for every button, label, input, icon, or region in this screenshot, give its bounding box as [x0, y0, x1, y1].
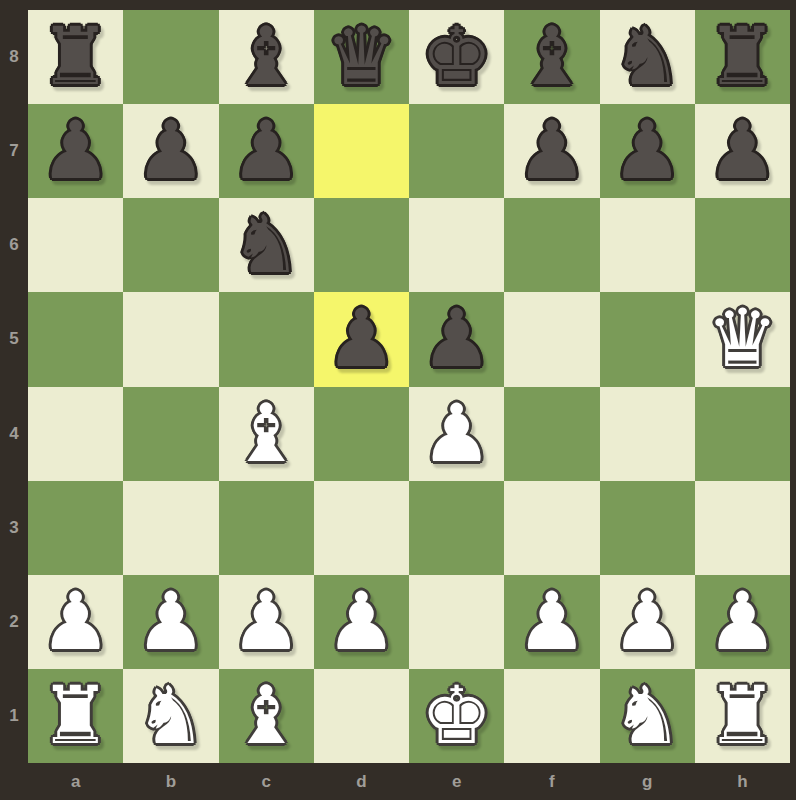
- square-g7[interactable]: ♟: [600, 104, 695, 198]
- black-pawn[interactable]: ♟: [326, 299, 398, 379]
- white-rook[interactable]: ♜: [707, 676, 779, 756]
- black-pawn[interactable]: ♟: [516, 111, 588, 191]
- square-e4[interactable]: ♟: [409, 387, 504, 481]
- square-a2[interactable]: ♟: [28, 575, 123, 669]
- white-knight[interactable]: ♞: [135, 676, 207, 756]
- square-g6[interactable]: [600, 198, 695, 292]
- black-pawn[interactable]: ♟: [40, 111, 112, 191]
- square-c3[interactable]: [219, 481, 314, 575]
- square-h2[interactable]: ♟: [695, 575, 790, 669]
- square-e6[interactable]: [409, 198, 504, 292]
- file-label-b: b: [123, 763, 218, 800]
- square-g1[interactable]: ♞: [600, 669, 695, 763]
- square-c1[interactable]: ♝: [219, 669, 314, 763]
- white-queen[interactable]: ♛: [707, 299, 779, 379]
- file-label-a: a: [28, 763, 123, 800]
- square-f4[interactable]: [504, 387, 599, 481]
- square-e8[interactable]: ♚: [409, 10, 504, 104]
- black-knight[interactable]: ♞: [230, 205, 302, 285]
- black-knight[interactable]: ♞: [611, 17, 683, 97]
- square-e7[interactable]: [409, 104, 504, 198]
- square-h5[interactable]: ♛: [695, 292, 790, 386]
- square-b3[interactable]: [123, 481, 218, 575]
- square-a1[interactable]: ♜: [28, 669, 123, 763]
- square-d2[interactable]: ♟: [314, 575, 409, 669]
- file-label-g: g: [600, 763, 695, 800]
- square-h7[interactable]: ♟: [695, 104, 790, 198]
- square-g4[interactable]: [600, 387, 695, 481]
- rank-label-6: 6: [0, 198, 28, 292]
- square-b5[interactable]: [123, 292, 218, 386]
- rank-label-7: 7: [0, 104, 28, 198]
- black-pawn[interactable]: ♟: [421, 299, 493, 379]
- square-b1[interactable]: ♞: [123, 669, 218, 763]
- rank-labels: 87654321: [0, 10, 28, 763]
- white-pawn[interactable]: ♟: [230, 582, 302, 662]
- square-d5[interactable]: ♟: [314, 292, 409, 386]
- white-bishop[interactable]: ♝: [230, 394, 302, 474]
- black-pawn[interactable]: ♟: [611, 111, 683, 191]
- square-h4[interactable]: [695, 387, 790, 481]
- file-label-f: f: [504, 763, 599, 800]
- square-c4[interactable]: ♝: [219, 387, 314, 481]
- square-e5[interactable]: ♟: [409, 292, 504, 386]
- chess-board[interactable]: ♜♝♛♚♝♞♜♟♟♟♟♟♟♞♟♟♛♝♟♟♟♟♟♟♟♟♜♞♝♚♞♜: [28, 10, 790, 763]
- square-f2[interactable]: ♟: [504, 575, 599, 669]
- square-b7[interactable]: ♟: [123, 104, 218, 198]
- square-h6[interactable]: [695, 198, 790, 292]
- white-knight[interactable]: ♞: [611, 676, 683, 756]
- square-c8[interactable]: ♝: [219, 10, 314, 104]
- white-pawn[interactable]: ♟: [707, 582, 779, 662]
- rank-label-4: 4: [0, 387, 28, 481]
- white-pawn[interactable]: ♟: [135, 582, 207, 662]
- square-g2[interactable]: ♟: [600, 575, 695, 669]
- square-a6[interactable]: [28, 198, 123, 292]
- square-d4[interactable]: [314, 387, 409, 481]
- square-f7[interactable]: ♟: [504, 104, 599, 198]
- file-label-d: d: [314, 763, 409, 800]
- square-e1[interactable]: ♚: [409, 669, 504, 763]
- black-rook[interactable]: ♜: [40, 17, 112, 97]
- black-king[interactable]: ♚: [421, 17, 493, 97]
- square-h1[interactable]: ♜: [695, 669, 790, 763]
- square-e3[interactable]: [409, 481, 504, 575]
- square-a3[interactable]: [28, 481, 123, 575]
- square-f5[interactable]: [504, 292, 599, 386]
- square-d7[interactable]: [314, 104, 409, 198]
- black-bishop[interactable]: ♝: [230, 17, 302, 97]
- square-b2[interactable]: ♟: [123, 575, 218, 669]
- rank-label-2: 2: [0, 575, 28, 669]
- white-pawn[interactable]: ♟: [516, 582, 588, 662]
- square-c6[interactable]: ♞: [219, 198, 314, 292]
- square-b8[interactable]: [123, 10, 218, 104]
- square-c2[interactable]: ♟: [219, 575, 314, 669]
- square-f8[interactable]: ♝: [504, 10, 599, 104]
- rank-label-1: 1: [0, 669, 28, 763]
- square-d6[interactable]: [314, 198, 409, 292]
- white-bishop[interactable]: ♝: [230, 676, 302, 756]
- black-pawn[interactable]: ♟: [135, 111, 207, 191]
- square-b6[interactable]: [123, 198, 218, 292]
- square-f1[interactable]: [504, 669, 599, 763]
- square-c7[interactable]: ♟: [219, 104, 314, 198]
- file-label-c: c: [219, 763, 314, 800]
- white-pawn[interactable]: ♟: [40, 582, 112, 662]
- square-g8[interactable]: ♞: [600, 10, 695, 104]
- rank-label-5: 5: [0, 292, 28, 386]
- square-f3[interactable]: [504, 481, 599, 575]
- rank-label-8: 8: [0, 10, 28, 104]
- white-king[interactable]: ♚: [421, 676, 493, 756]
- black-pawn[interactable]: ♟: [707, 111, 779, 191]
- file-label-h: h: [695, 763, 790, 800]
- square-a7[interactable]: ♟: [28, 104, 123, 198]
- file-label-e: e: [409, 763, 504, 800]
- square-a5[interactable]: [28, 292, 123, 386]
- square-g5[interactable]: [600, 292, 695, 386]
- chess-board-frame: 87654321 ♜♝♛♚♝♞♜♟♟♟♟♟♟♞♟♟♛♝♟♟♟♟♟♟♟♟♜♞♝♚♞…: [0, 0, 796, 800]
- rank-label-3: 3: [0, 481, 28, 575]
- square-d3[interactable]: [314, 481, 409, 575]
- black-pawn[interactable]: ♟: [230, 111, 302, 191]
- square-a8[interactable]: ♜: [28, 10, 123, 104]
- square-h8[interactable]: ♜: [695, 10, 790, 104]
- square-a4[interactable]: [28, 387, 123, 481]
- white-pawn[interactable]: ♟: [611, 582, 683, 662]
- square-h3[interactable]: [695, 481, 790, 575]
- file-labels: abcdefgh: [28, 763, 790, 800]
- white-rook[interactable]: ♜: [40, 676, 112, 756]
- square-d1[interactable]: [314, 669, 409, 763]
- square-d8[interactable]: ♛: [314, 10, 409, 104]
- black-queen[interactable]: ♛: [326, 17, 398, 97]
- square-g3[interactable]: [600, 481, 695, 575]
- black-rook[interactable]: ♜: [707, 17, 779, 97]
- square-b4[interactable]: [123, 387, 218, 481]
- square-c5[interactable]: [219, 292, 314, 386]
- white-pawn[interactable]: ♟: [326, 582, 398, 662]
- white-pawn[interactable]: ♟: [421, 394, 493, 474]
- black-bishop[interactable]: ♝: [516, 17, 588, 97]
- square-f6[interactable]: [504, 198, 599, 292]
- square-e2[interactable]: [409, 575, 504, 669]
